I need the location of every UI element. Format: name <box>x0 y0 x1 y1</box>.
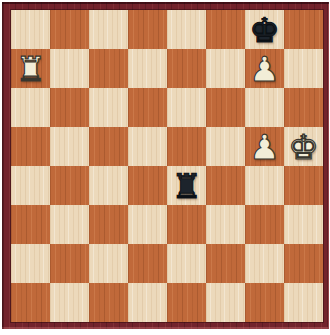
chess-board: ♚♜♟♟♚♜ <box>11 10 323 322</box>
square-g3[interactable] <box>245 205 284 244</box>
square-a8[interactable] <box>11 10 50 49</box>
square-f8[interactable] <box>206 10 245 49</box>
square-d4[interactable] <box>128 166 167 205</box>
white-pawn-piece-g7[interactable]: ♟ <box>245 49 284 88</box>
square-b1[interactable] <box>50 283 89 322</box>
square-h6[interactable] <box>284 88 323 127</box>
square-h4[interactable] <box>284 166 323 205</box>
square-f5[interactable] <box>206 127 245 166</box>
square-c3[interactable] <box>89 205 128 244</box>
board-frame: ♚♜♟♟♚♜ <box>2 2 329 329</box>
square-e5[interactable] <box>167 127 206 166</box>
square-e4[interactable]: ♜ <box>167 166 206 205</box>
square-e8[interactable] <box>167 10 206 49</box>
white-king-piece-h5[interactable]: ♚ <box>284 127 323 166</box>
square-f2[interactable] <box>206 244 245 283</box>
square-c4[interactable] <box>89 166 128 205</box>
square-a7[interactable]: ♜ <box>11 49 50 88</box>
square-h2[interactable] <box>284 244 323 283</box>
square-f4[interactable] <box>206 166 245 205</box>
square-c6[interactable] <box>89 88 128 127</box>
square-e6[interactable] <box>167 88 206 127</box>
square-a1[interactable] <box>11 283 50 322</box>
square-a3[interactable] <box>11 205 50 244</box>
square-c7[interactable] <box>89 49 128 88</box>
square-d6[interactable] <box>128 88 167 127</box>
square-e2[interactable] <box>167 244 206 283</box>
square-f7[interactable] <box>206 49 245 88</box>
square-a6[interactable] <box>11 88 50 127</box>
square-d2[interactable] <box>128 244 167 283</box>
square-c5[interactable] <box>89 127 128 166</box>
square-d8[interactable] <box>128 10 167 49</box>
chess-diagram: ♚♜♟♟♚♜ <box>0 0 330 335</box>
square-g2[interactable] <box>245 244 284 283</box>
white-rook-piece-a7[interactable]: ♜ <box>11 49 50 88</box>
square-d5[interactable] <box>128 127 167 166</box>
white-pawn-piece-g5[interactable]: ♟ <box>245 127 284 166</box>
square-e7[interactable] <box>167 49 206 88</box>
square-h1[interactable] <box>284 283 323 322</box>
square-g8[interactable]: ♚ <box>245 10 284 49</box>
black-king-piece-g8[interactable]: ♚ <box>245 10 284 49</box>
square-f6[interactable] <box>206 88 245 127</box>
square-h8[interactable] <box>284 10 323 49</box>
square-f3[interactable] <box>206 205 245 244</box>
square-b2[interactable] <box>50 244 89 283</box>
square-f1[interactable] <box>206 283 245 322</box>
square-h7[interactable] <box>284 49 323 88</box>
square-g6[interactable] <box>245 88 284 127</box>
square-d7[interactable] <box>128 49 167 88</box>
square-d3[interactable] <box>128 205 167 244</box>
square-d1[interactable] <box>128 283 167 322</box>
square-b3[interactable] <box>50 205 89 244</box>
square-c1[interactable] <box>89 283 128 322</box>
square-a2[interactable] <box>11 244 50 283</box>
square-a4[interactable] <box>11 166 50 205</box>
square-c8[interactable] <box>89 10 128 49</box>
square-g5[interactable]: ♟ <box>245 127 284 166</box>
black-rook-piece-e4[interactable]: ♜ <box>167 166 206 205</box>
square-g1[interactable] <box>245 283 284 322</box>
square-h5[interactable]: ♚ <box>284 127 323 166</box>
square-b8[interactable] <box>50 10 89 49</box>
square-h3[interactable] <box>284 205 323 244</box>
square-g7[interactable]: ♟ <box>245 49 284 88</box>
square-b7[interactable] <box>50 49 89 88</box>
square-g4[interactable] <box>245 166 284 205</box>
square-e1[interactable] <box>167 283 206 322</box>
square-b4[interactable] <box>50 166 89 205</box>
square-e3[interactable] <box>167 205 206 244</box>
square-b6[interactable] <box>50 88 89 127</box>
square-c2[interactable] <box>89 244 128 283</box>
square-a5[interactable] <box>11 127 50 166</box>
square-b5[interactable] <box>50 127 89 166</box>
